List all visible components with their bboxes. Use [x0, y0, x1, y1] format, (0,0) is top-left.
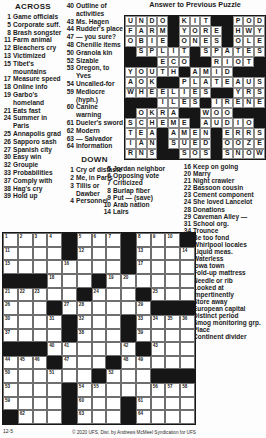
clue-number: 63 [65, 135, 76, 143]
clue-number: 22 [181, 184, 193, 191]
puzzle-cell-r6c7[interactable] [92, 301, 107, 315]
puzzle-cell-r13c12[interactable] [165, 397, 180, 411]
cell-number-33: 33 [138, 316, 143, 321]
puzzle-cell-r8c13[interactable] [180, 329, 195, 343]
puzzle-cell-r12c1[interactable]: 53 [3, 383, 18, 397]
puzzle-cell-r1c11[interactable]: 9 [151, 233, 166, 247]
puzzle-cell-r3c6[interactable] [77, 260, 92, 274]
clue-text: Liquid meas. [193, 248, 266, 255]
puzzle-cell-r8c10[interactable]: 39 [136, 329, 151, 343]
puzzle-cell-r10c5[interactable]: 47 [62, 356, 77, 370]
clue-text: She loved Lancelot [193, 198, 266, 205]
puzzle-cell-r6c8[interactable] [106, 301, 121, 315]
puzzle-cell-r6c5[interactable]: 27 [62, 301, 77, 315]
puzzle-cell-r5c11[interactable]: 25 [151, 288, 166, 302]
puzzle-cell-r10c6[interactable] [77, 356, 92, 370]
puzzle-cell-r2c1[interactable]: 11 [3, 247, 18, 261]
puzzle-cell-r12c10[interactable] [136, 383, 151, 397]
clue-text: Chenille items [76, 41, 124, 49]
answer-letter-cell-r7c7: L [190, 77, 201, 87]
clue-text: Waterless [193, 255, 266, 262]
clue-number: 9 [101, 194, 113, 201]
across-clue-50: 50Granola kin [65, 49, 124, 57]
answer-to-previous-puzzle: Answer to Previous Puzzle UNDOKITPODFARM… [124, 1, 266, 160]
puzzle-cell-r7c1[interactable]: 30 [3, 315, 18, 329]
puzzle-black-cell-r14c1 [3, 410, 18, 424]
across-clue-26: 26Sapporo sash [2, 138, 64, 146]
puzzle-cell-r13c2[interactable] [18, 397, 33, 411]
cell-number-29: 29 [138, 302, 143, 307]
puzzle-cell-r5c13[interactable] [180, 288, 195, 302]
puzzle-cell-r12c9[interactable] [121, 383, 136, 397]
puzzle-cell-r1c2[interactable]: 2 [18, 233, 33, 247]
clue-number: 60 [65, 103, 76, 119]
puzzle-cell-r13c4[interactable] [47, 397, 62, 411]
puzzle-cell-r7c11[interactable]: 34 [151, 315, 166, 329]
puzzle-cell-r12c8[interactable] [106, 383, 121, 397]
puzzle-cell-r5c4[interactable] [47, 288, 62, 302]
puzzle-cell-r4c10[interactable] [136, 274, 151, 288]
puzzle-cell-r10c9[interactable]: 48 [121, 356, 136, 370]
puzzle-cell-r1c4[interactable]: 4 [47, 233, 62, 247]
answer-letter-cell-r3c8: E [200, 36, 211, 46]
answer-black-cell-r8c10 [222, 88, 233, 98]
answer-letter-cell-r3c3: I [147, 36, 158, 46]
cell-number-2: 2 [20, 234, 23, 239]
across-clue-39: 39Hold up [2, 192, 64, 200]
answer-letter-cell-r7c1: A [125, 77, 136, 87]
puzzle-cell-r4c13[interactable] [180, 274, 195, 288]
answer-letter-cell-r1c4: O [157, 16, 168, 26]
cell-number-35: 35 [167, 316, 172, 321]
answer-letter-cell-r9c9: I [211, 98, 222, 108]
cell-number-44: 44 [5, 357, 10, 362]
down-clues-middle-column: 5Jordan neighbor6Opposing vote7Criticize… [101, 165, 179, 215]
answer-black-cell-r10c7 [190, 108, 201, 118]
puzzle-cell-r9c6[interactable] [77, 342, 92, 356]
cell-number-32: 32 [79, 316, 84, 321]
down-clue-31: 31School org. [181, 220, 266, 227]
puzzle-cell-r2c12[interactable] [165, 247, 180, 261]
puzzle-cell-r5c12[interactable] [165, 288, 180, 302]
answer-letter-cell-r12c10: E [222, 128, 233, 138]
answer-title: Answer to Previous Puzzle [124, 1, 266, 9]
puzzle-cell-r3c7[interactable] [92, 260, 107, 274]
puzzle-cell-r5c5[interactable] [62, 288, 77, 302]
puzzle-cell-r11c1[interactable]: 50 [3, 369, 18, 383]
puzzle-cell-r6c9[interactable] [121, 301, 136, 315]
answer-letter-cell-r6c5: H [168, 67, 179, 77]
puzzle-cell-r2c6[interactable]: 12 [77, 247, 92, 261]
puzzle-cell-r12c12[interactable]: 57 [165, 383, 180, 397]
puzzle-cell-r11c9[interactable] [121, 369, 136, 383]
puzzle-cell-r5c3[interactable]: 23 [33, 288, 48, 302]
puzzle-cell-r5c1[interactable]: 21 [3, 288, 18, 302]
answer-letter-cell-r1c11: P [233, 16, 244, 26]
puzzle-cell-r10c3[interactable]: 46 [33, 356, 48, 370]
puzzle-cell-r10c1[interactable]: 44 [3, 356, 18, 370]
clue-text: Store away [193, 298, 266, 305]
puzzle-cell-r3c8[interactable] [106, 260, 121, 274]
clue-number: 43 [65, 18, 76, 26]
answer-letter-cell-r13c11: O [233, 139, 244, 149]
across-clues-column: ACROSS 1Game officials5Corporate suff.8B… [2, 2, 64, 200]
puzzle-cell-r4c8[interactable]: 19 [106, 274, 121, 288]
answer-black-cell-r7c4 [157, 77, 168, 87]
puzzle-cell-r11c8[interactable]: 52 [106, 369, 121, 383]
puzzle-cell-r12c4[interactable] [47, 383, 62, 397]
puzzle-cell-r6c10[interactable]: 29 [136, 301, 151, 315]
answer-black-cell-r4c1 [125, 47, 136, 57]
answer-letter-cell-r11c11: I [233, 118, 244, 128]
puzzle-cell-r4c5[interactable] [62, 274, 77, 288]
puzzle-cell-r2c3[interactable] [33, 247, 48, 261]
puzzle-cell-r9c8[interactable] [106, 342, 121, 356]
answer-letter-cell-r9c7: S [190, 98, 201, 108]
puzzle-cell-r9c11[interactable]: 43 [151, 342, 166, 356]
puzzle-cell-r2c7[interactable] [92, 247, 107, 261]
clue-number: 62 [65, 127, 76, 135]
down-clue-8: 8Burlap fiber [101, 187, 179, 194]
puzzle-cell-r3c4[interactable] [47, 260, 62, 274]
answer-letter-cell-r11c8: A [200, 118, 211, 128]
across-clue-62: 62Modern [65, 127, 124, 135]
answer-letter-cell-r8c8: S [200, 88, 211, 98]
answer-letter-cell-r2c7: O [190, 26, 201, 36]
across-clue-13: 13Victimized [2, 52, 64, 60]
puzzle-cell-r12c3[interactable] [33, 383, 48, 397]
puzzle-cell-r3c2[interactable] [18, 260, 33, 274]
puzzle-cell-r3c1[interactable]: 15 [3, 260, 18, 274]
puzzle-cell-r8c6[interactable]: 38 [77, 329, 92, 343]
puzzle-cell-r13c1[interactable]: 59 [3, 397, 18, 411]
answer-letter-cell-r7c12: U [243, 77, 254, 87]
clue-text: Donations [193, 206, 266, 213]
answer-letter-cell-r14c6: S [179, 149, 190, 159]
puzzle-cell-r4c6[interactable] [77, 274, 92, 288]
clue-text: — you sure? [76, 33, 124, 41]
copyright-line: © 2020 UFS, Dist. by Andrews McMeel Synd… [2, 430, 196, 435]
clue-text: Mediocre (hyph.) [76, 88, 124, 104]
puzzle-cell-r1c10[interactable]: 8 [136, 233, 151, 247]
clue-number: 8 [2, 29, 13, 37]
puzzle-cell-r5c9[interactable] [121, 288, 136, 302]
puzzle-cell-r4c12[interactable] [165, 274, 180, 288]
puzzle-cell-r11c6[interactable] [77, 369, 92, 383]
puzzle-cell-r12c6[interactable]: 54 [77, 383, 92, 397]
clue-number: 37 [2, 177, 13, 185]
puzzle-cell-r5c7[interactable]: 24 [92, 288, 107, 302]
puzzle-black-cell-r1c9 [121, 233, 136, 247]
clue-text: Farm animal [13, 36, 64, 44]
puzzle-black-cell-r13c9 [121, 397, 136, 411]
puzzle-cell-r13c6[interactable]: 60 [77, 397, 92, 411]
puzzle-cell-r13c8[interactable] [106, 397, 121, 411]
answer-letter-cell-r6c9: I [211, 67, 222, 77]
answer-letter-cell-r12c11: R [233, 128, 244, 138]
puzzle-cell-r14c8[interactable] [106, 410, 121, 424]
clue-number: 50 [65, 49, 76, 57]
puzzle-black-cell-r5c10 [136, 288, 151, 302]
clue-text: Needle or rib [193, 277, 266, 284]
cell-number-63: 63 [79, 411, 84, 416]
answer-black-cell-r8c9 [211, 88, 222, 98]
answer-letter-cell-r5c10: I [222, 57, 233, 67]
puzzle-cell-r14c7[interactable] [92, 410, 107, 424]
puzzle-cell-r7c10[interactable]: 33 [136, 315, 151, 329]
puzzle-cell-r3c11[interactable] [151, 260, 166, 274]
puzzle-cell-r10c12[interactable] [165, 356, 180, 370]
answer-letter-cell-r11c5: M [168, 118, 179, 128]
across-clue-27: 27Spanish city [2, 146, 64, 154]
answer-letter-cell-r10c3: K [147, 108, 158, 118]
puzzle-cell-r8c12[interactable] [165, 329, 180, 343]
puzzle-cell-r1c1[interactable]: 1 [3, 233, 18, 247]
puzzle-cell-r10c11[interactable] [151, 356, 166, 370]
answer-letter-cell-r4c10: A [222, 47, 233, 57]
puzzle-cell-r6c2[interactable] [18, 301, 33, 315]
answer-black-cell-r4c7 [190, 47, 201, 57]
puzzle-cell-r6c1[interactable]: 26 [3, 301, 18, 315]
puzzle-cell-r7c4[interactable]: 31 [47, 315, 62, 329]
clue-number: 7 [101, 179, 113, 186]
clue-number: 38 [2, 185, 13, 193]
puzzle-cell-r8c7[interactable] [92, 329, 107, 343]
answer-letter-cell-r8c4: E [157, 88, 168, 98]
answer-letter-cell-r1c2: N [136, 16, 147, 26]
puzzle-cell-r8c8[interactable] [106, 329, 121, 343]
puzzle-cell-r8c1[interactable]: 37 [3, 329, 18, 343]
answer-letter-cell-r2c8: R [200, 26, 211, 36]
puzzle-cell-r11c4[interactable]: 51 [47, 369, 62, 383]
puzzle-cell-r2c10[interactable]: 13 [136, 247, 151, 261]
puzzle-cell-r8c11[interactable] [151, 329, 166, 343]
puzzle-cell-r13c3[interactable] [33, 397, 48, 411]
cell-number-12: 12 [79, 248, 84, 253]
clue-text: Outline of activities [76, 2, 124, 18]
clue-text: Bleachers cry [13, 44, 64, 52]
answer-letter-cell-r3c4: E [157, 36, 168, 46]
across-header: ACROSS [2, 2, 64, 11]
clue-number: 16 [181, 163, 193, 170]
puzzle-cell-r5c2[interactable]: 22 [18, 288, 33, 302]
puzzle-cell-r9c4[interactable]: 40 [47, 342, 62, 356]
clue-text: Cement component [193, 191, 266, 198]
across-clue-43: 43Ms. Hagen [65, 18, 124, 26]
puzzle-grid[interactable]: 1234567891011121314151617181920212223242… [2, 232, 196, 425]
answer-letter-cell-r13c12: Z [243, 139, 254, 149]
cell-number-24: 24 [94, 289, 99, 294]
puzzle-cell-r7c8[interactable] [106, 315, 121, 329]
answer-letter-cell-r4c8: S [200, 47, 211, 57]
clue-number: 21 [2, 107, 13, 115]
clue-text: Opposing vote [113, 172, 179, 179]
clue-text: Annapolis grad [13, 130, 64, 138]
puzzle-cell-r2c8[interactable] [106, 247, 121, 261]
cell-number-1: 1 [5, 234, 8, 239]
puzzle-cell-r9c12[interactable] [165, 342, 180, 356]
clue-number: 3 [65, 182, 76, 198]
answer-letter-cell-r4c5: I [168, 47, 179, 57]
clue-number: 20 [181, 170, 193, 177]
puzzle-cell-r14c11[interactable] [151, 410, 166, 424]
answer-letter-cell-r6c3: U [147, 67, 158, 77]
clue-number: 59 [65, 88, 76, 104]
puzzle-cell-r13c7[interactable] [92, 397, 107, 411]
puzzle-cell-r14c6[interactable]: 63 [77, 410, 92, 424]
cell-number-43: 43 [153, 343, 158, 348]
puzzle-cell-r2c2[interactable] [18, 247, 33, 261]
answer-letter-cell-r12c2: E [136, 128, 147, 138]
puzzle-cell-r3c12[interactable] [165, 260, 180, 274]
puzzle-cell-r14c2[interactable]: 62 [18, 410, 33, 424]
puzzle-cell-r14c4[interactable] [47, 410, 62, 424]
puzzle-black-cell-r7c9 [121, 315, 136, 329]
answer-black-cell-r6c12 [243, 67, 254, 77]
puzzle-cell-r9c7[interactable] [92, 342, 107, 356]
answer-letter-cell-r11c12: O [243, 118, 254, 128]
puzzle-cell-r10c10[interactable]: 49 [136, 356, 151, 370]
cell-number-5: 5 [79, 234, 82, 239]
puzzle-cell-r14c12[interactable] [165, 410, 180, 424]
answer-black-cell-r6c6 [179, 67, 190, 77]
answer-letter-cell-r14c3: S [147, 149, 158, 159]
across-clue-32: 32Groupie [2, 161, 64, 169]
puzzle-cell-r1c7[interactable]: 6 [92, 233, 107, 247]
clue-text: Fold-up mattress [193, 269, 266, 276]
down-clue-24: 24She loved Lancelot [181, 198, 266, 205]
puzzle-cell-r10c13[interactable] [180, 356, 195, 370]
puzzle-cell-r6c3[interactable] [33, 301, 48, 315]
answer-letter-cell-r8c1: W [125, 88, 136, 98]
answer-letter-cell-r12c3: A [147, 128, 158, 138]
answer-letter-cell-r5c6: O [179, 57, 190, 67]
puzzle-cell-r11c3[interactable] [33, 369, 48, 383]
puzzle-cell-r10c7[interactable] [92, 356, 107, 370]
puzzle-cell-r9c13[interactable] [180, 342, 195, 356]
answer-letter-cell-r13c10: O [222, 139, 233, 149]
puzzle-cell-r3c3[interactable] [33, 260, 48, 274]
cell-number-7: 7 [108, 234, 111, 239]
puzzle-cell-r11c10[interactable] [136, 369, 151, 383]
answer-black-cell-r12c9 [211, 128, 222, 138]
puzzle-cell-r2c13[interactable]: 14 [180, 247, 195, 261]
cell-number-37: 37 [5, 330, 10, 335]
puzzle-black-cell-r2c9 [121, 247, 136, 261]
across-clue-list-1: 1Game officials5Corporate suff.8Brash so… [2, 13, 64, 200]
across-clue-60: 60Canine warning [65, 103, 124, 119]
puzzle-cell-r12c11[interactable]: 56 [151, 383, 166, 397]
puzzle-cell-r1c6[interactable]: 5 [77, 233, 92, 247]
puzzle-cell-r2c11[interactable] [151, 247, 166, 261]
clue-number: 32 [2, 161, 13, 169]
puzzle-cell-r1c8[interactable]: 7 [106, 233, 121, 247]
puzzle-cell-r10c2[interactable]: 45 [18, 356, 33, 370]
puzzle-black-cell-r7c5 [62, 315, 77, 329]
cell-number-36: 36 [182, 316, 187, 321]
puzzle-cell-r4c9[interactable]: 20 [121, 274, 136, 288]
answer-letter-cell-r11c10: D [222, 118, 233, 128]
clue-number: 44 [65, 25, 76, 33]
cell-number-17: 17 [138, 261, 143, 266]
puzzle-cell-r1c3[interactable]: 3 [33, 233, 48, 247]
clue-number: 15 [2, 60, 13, 76]
puzzle-cell-r14c13[interactable] [180, 410, 195, 424]
puzzle-cell-r9c9[interactable]: 42 [121, 342, 136, 356]
puzzle-cell-r2c4[interactable] [47, 247, 62, 261]
across-clue-44: 44Rudder's place [65, 25, 124, 33]
puzzle-cell-r1c12[interactable]: 10 [165, 233, 180, 247]
answer-letter-cell-r5c9: R [211, 57, 222, 67]
puzzle-cell-r7c12[interactable]: 35 [165, 315, 180, 329]
puzzle-black-cell-r6c4 [47, 301, 62, 315]
puzzle-cell-r11c2[interactable] [18, 369, 33, 383]
puzzle-cell-r7c3[interactable] [33, 315, 48, 329]
answer-black-cell-r3c5 [168, 36, 179, 46]
puzzle-cell-r8c4[interactable] [47, 329, 62, 343]
clue-number: 2 [65, 174, 76, 182]
puzzle-cell-r7c2[interactable] [18, 315, 33, 329]
puzzle-cell-r13c10[interactable]: 61 [136, 397, 151, 411]
down-clue-21: 21Night crawler [181, 177, 266, 184]
puzzle-cell-r13c13[interactable] [180, 397, 195, 411]
clue-text: Sizable [76, 57, 124, 65]
answer-letter-cell-r11c4: E [157, 118, 168, 128]
cell-number-11: 11 [5, 248, 10, 253]
puzzle-cell-r7c6[interactable]: 32 [77, 315, 92, 329]
puzzle-cell-r7c13[interactable]: 36 [180, 315, 195, 329]
puzzle-cell-r8c3[interactable] [33, 329, 48, 343]
puzzle-cell-r3c13[interactable] [180, 260, 195, 274]
puzzle-cell-r14c3[interactable] [33, 410, 48, 424]
puzzle-cell-r9c5[interactable]: 41 [62, 342, 77, 356]
across-clue-5: 5Corporate suff. [2, 21, 64, 29]
answer-black-cell-r13c9 [211, 139, 222, 149]
answer-letter-cell-r9c5: L [168, 98, 179, 108]
puzzle-cell-r4c11[interactable] [151, 274, 166, 288]
answer-letter-cell-r13c13: E [254, 139, 265, 149]
across-clue-40: 40Outline of activities [65, 2, 124, 18]
puzzle-cell-r3c5[interactable]: 16 [62, 260, 77, 274]
answer-letter-cell-r10c10: O [222, 108, 233, 118]
puzzle-cell-r5c8[interactable] [106, 288, 121, 302]
puzzle-cell-r6c6[interactable]: 28 [77, 301, 92, 315]
puzzle-cell-r11c5[interactable] [62, 369, 77, 383]
crossword-page: ACROSS 1Game officials5Corporate suff.8B… [0, 0, 266, 438]
puzzle-cell-r13c11[interactable] [151, 397, 166, 411]
puzzle-cell-r7c7[interactable] [92, 315, 107, 329]
clue-number: 19 [2, 91, 13, 107]
puzzle-black-cell-r3c9 [121, 260, 136, 274]
puzzle-cell-r12c2[interactable] [18, 383, 33, 397]
answer-letter-cell-r8c5: L [168, 88, 179, 98]
puzzle-cell-r8c2[interactable] [18, 329, 33, 343]
puzzle-black-cell-r8c5 [62, 329, 77, 343]
puzzle-cell-r12c7[interactable]: 55 [92, 383, 107, 397]
puzzle-cell-r3c10[interactable]: 17 [136, 260, 151, 274]
answer-letter-cell-r1c7: I [190, 16, 201, 26]
puzzle-cell-r12c13[interactable]: 58 [180, 383, 195, 397]
clue-number: 61 [65, 119, 76, 127]
answer-black-cell-r2c10 [222, 26, 233, 36]
puzzle-cell-r14c10[interactable]: 64 [136, 410, 151, 424]
answer-letter-cell-r6c10: D [222, 67, 233, 77]
puzzle-cell-r4c4[interactable]: 18 [47, 274, 62, 288]
answer-black-cell-r9c2 [136, 98, 147, 108]
answer-letter-cell-r3c9: S [211, 36, 222, 46]
answer-letter-cell-r4c3: P [147, 47, 158, 57]
answer-letter-cell-r6c7: A [190, 67, 201, 77]
